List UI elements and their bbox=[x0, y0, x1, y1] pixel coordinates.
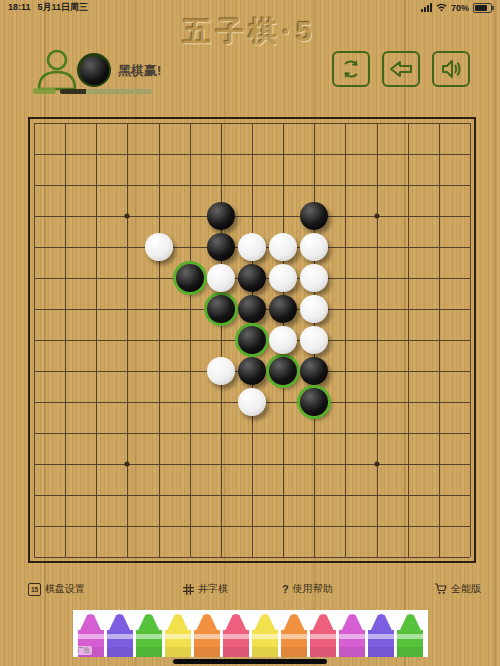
person-icon bbox=[34, 48, 80, 92]
crayon-graphic bbox=[107, 614, 133, 657]
stone-black bbox=[176, 264, 204, 292]
grid-line-h bbox=[34, 464, 470, 465]
bottom-menu: 15 棋盘设置 井字棋 ? 使用帮助 全能版 bbox=[0, 582, 500, 598]
crayon-graphic bbox=[368, 614, 394, 657]
menu-label-help: 使用帮助 bbox=[293, 582, 333, 596]
sound-button[interactable] bbox=[432, 51, 470, 87]
battery-icon bbox=[473, 3, 492, 13]
star-point bbox=[125, 462, 130, 467]
wifi-icon bbox=[436, 3, 447, 12]
stone-white bbox=[269, 233, 297, 261]
toolbar bbox=[332, 51, 470, 87]
stone-white bbox=[300, 326, 328, 354]
current-player-stone-indicator bbox=[77, 53, 111, 87]
restart-button[interactable] bbox=[332, 51, 370, 87]
undo-button[interactable] bbox=[382, 51, 420, 87]
stone-black bbox=[238, 357, 266, 385]
crayon-graphic bbox=[310, 614, 336, 657]
stone-black bbox=[300, 357, 328, 385]
ad-label: 广告 bbox=[75, 646, 92, 655]
stone-white bbox=[269, 326, 297, 354]
player-progress-bar bbox=[60, 89, 152, 94]
star-point bbox=[374, 214, 379, 219]
ad-banner[interactable]: 广告 bbox=[73, 610, 428, 657]
stone-black bbox=[300, 388, 328, 416]
menu-item-board-settings[interactable]: 15 棋盘设置 bbox=[28, 582, 85, 596]
result-text: 黑棋赢! bbox=[118, 62, 161, 80]
speaker-icon bbox=[439, 58, 463, 80]
stone-white bbox=[269, 264, 297, 292]
battery-percent-text: 70% bbox=[451, 3, 469, 13]
stone-white bbox=[300, 264, 328, 292]
stone-white bbox=[207, 357, 235, 385]
stone-black bbox=[207, 202, 235, 230]
crayon-graphic bbox=[136, 614, 162, 657]
stone-black bbox=[238, 264, 266, 292]
menu-label-full-version: 全能版 bbox=[451, 582, 481, 596]
star-point bbox=[374, 462, 379, 467]
menu-item-full-version[interactable]: 全能版 bbox=[434, 582, 481, 596]
stone-black bbox=[238, 326, 266, 354]
player-level-badge bbox=[33, 88, 56, 94]
crayon-graphic bbox=[397, 614, 423, 657]
grid-line-h bbox=[34, 433, 470, 434]
stone-black bbox=[238, 295, 266, 323]
grid-line-h bbox=[34, 526, 470, 527]
grid-line-h bbox=[34, 495, 470, 496]
grid-line-v bbox=[345, 123, 346, 557]
cell-signal-icon bbox=[421, 3, 432, 12]
status-right: 70% bbox=[421, 3, 492, 13]
stone-white bbox=[300, 233, 328, 261]
stone-white bbox=[238, 233, 266, 261]
crayon-graphic bbox=[194, 614, 220, 657]
stone-black bbox=[269, 295, 297, 323]
grid-line-v bbox=[408, 123, 409, 557]
grid-line-v bbox=[439, 123, 440, 557]
stone-white bbox=[238, 388, 266, 416]
app-screen: 18:115月11日周三 70% 五子棋·5 黑棋赢! bbox=[0, 0, 500, 666]
grid-line-h bbox=[34, 557, 470, 558]
grid-line-v bbox=[377, 123, 378, 557]
grid-line-v bbox=[470, 123, 471, 557]
stone-black bbox=[207, 233, 235, 261]
tictactoe-grid-icon bbox=[183, 584, 194, 595]
crayon-graphic bbox=[165, 614, 191, 657]
menu-label-tictactoe: 井字棋 bbox=[198, 582, 228, 596]
board-plane[interactable] bbox=[34, 123, 470, 557]
restart-icon bbox=[339, 58, 363, 80]
gomoku-board[interactable] bbox=[28, 117, 476, 563]
stone-white bbox=[145, 233, 173, 261]
clock-text: 18:11 bbox=[8, 2, 31, 12]
stone-black bbox=[207, 295, 235, 323]
date-text: 5月11日周三 bbox=[38, 2, 89, 12]
question-mark-icon: ? bbox=[282, 583, 289, 595]
crayons-image bbox=[73, 610, 428, 657]
stone-white bbox=[300, 295, 328, 323]
crayon-graphic bbox=[223, 614, 249, 657]
star-point bbox=[125, 214, 130, 219]
crayon-graphic bbox=[252, 614, 278, 657]
menu-item-help[interactable]: ? 使用帮助 bbox=[282, 582, 333, 596]
board-size-15-icon: 15 bbox=[28, 583, 41, 596]
stone-black bbox=[269, 357, 297, 385]
menu-label-board-settings: 棋盘设置 bbox=[45, 582, 85, 596]
crayon-graphic bbox=[281, 614, 307, 657]
shopping-cart-icon bbox=[434, 583, 447, 595]
back-arrow-icon bbox=[389, 59, 413, 79]
crayon-graphic bbox=[339, 614, 365, 657]
stone-white bbox=[207, 264, 235, 292]
stone-black bbox=[300, 202, 328, 230]
home-indicator[interactable] bbox=[173, 659, 327, 664]
menu-item-tictactoe[interactable]: 井字棋 bbox=[183, 582, 228, 596]
